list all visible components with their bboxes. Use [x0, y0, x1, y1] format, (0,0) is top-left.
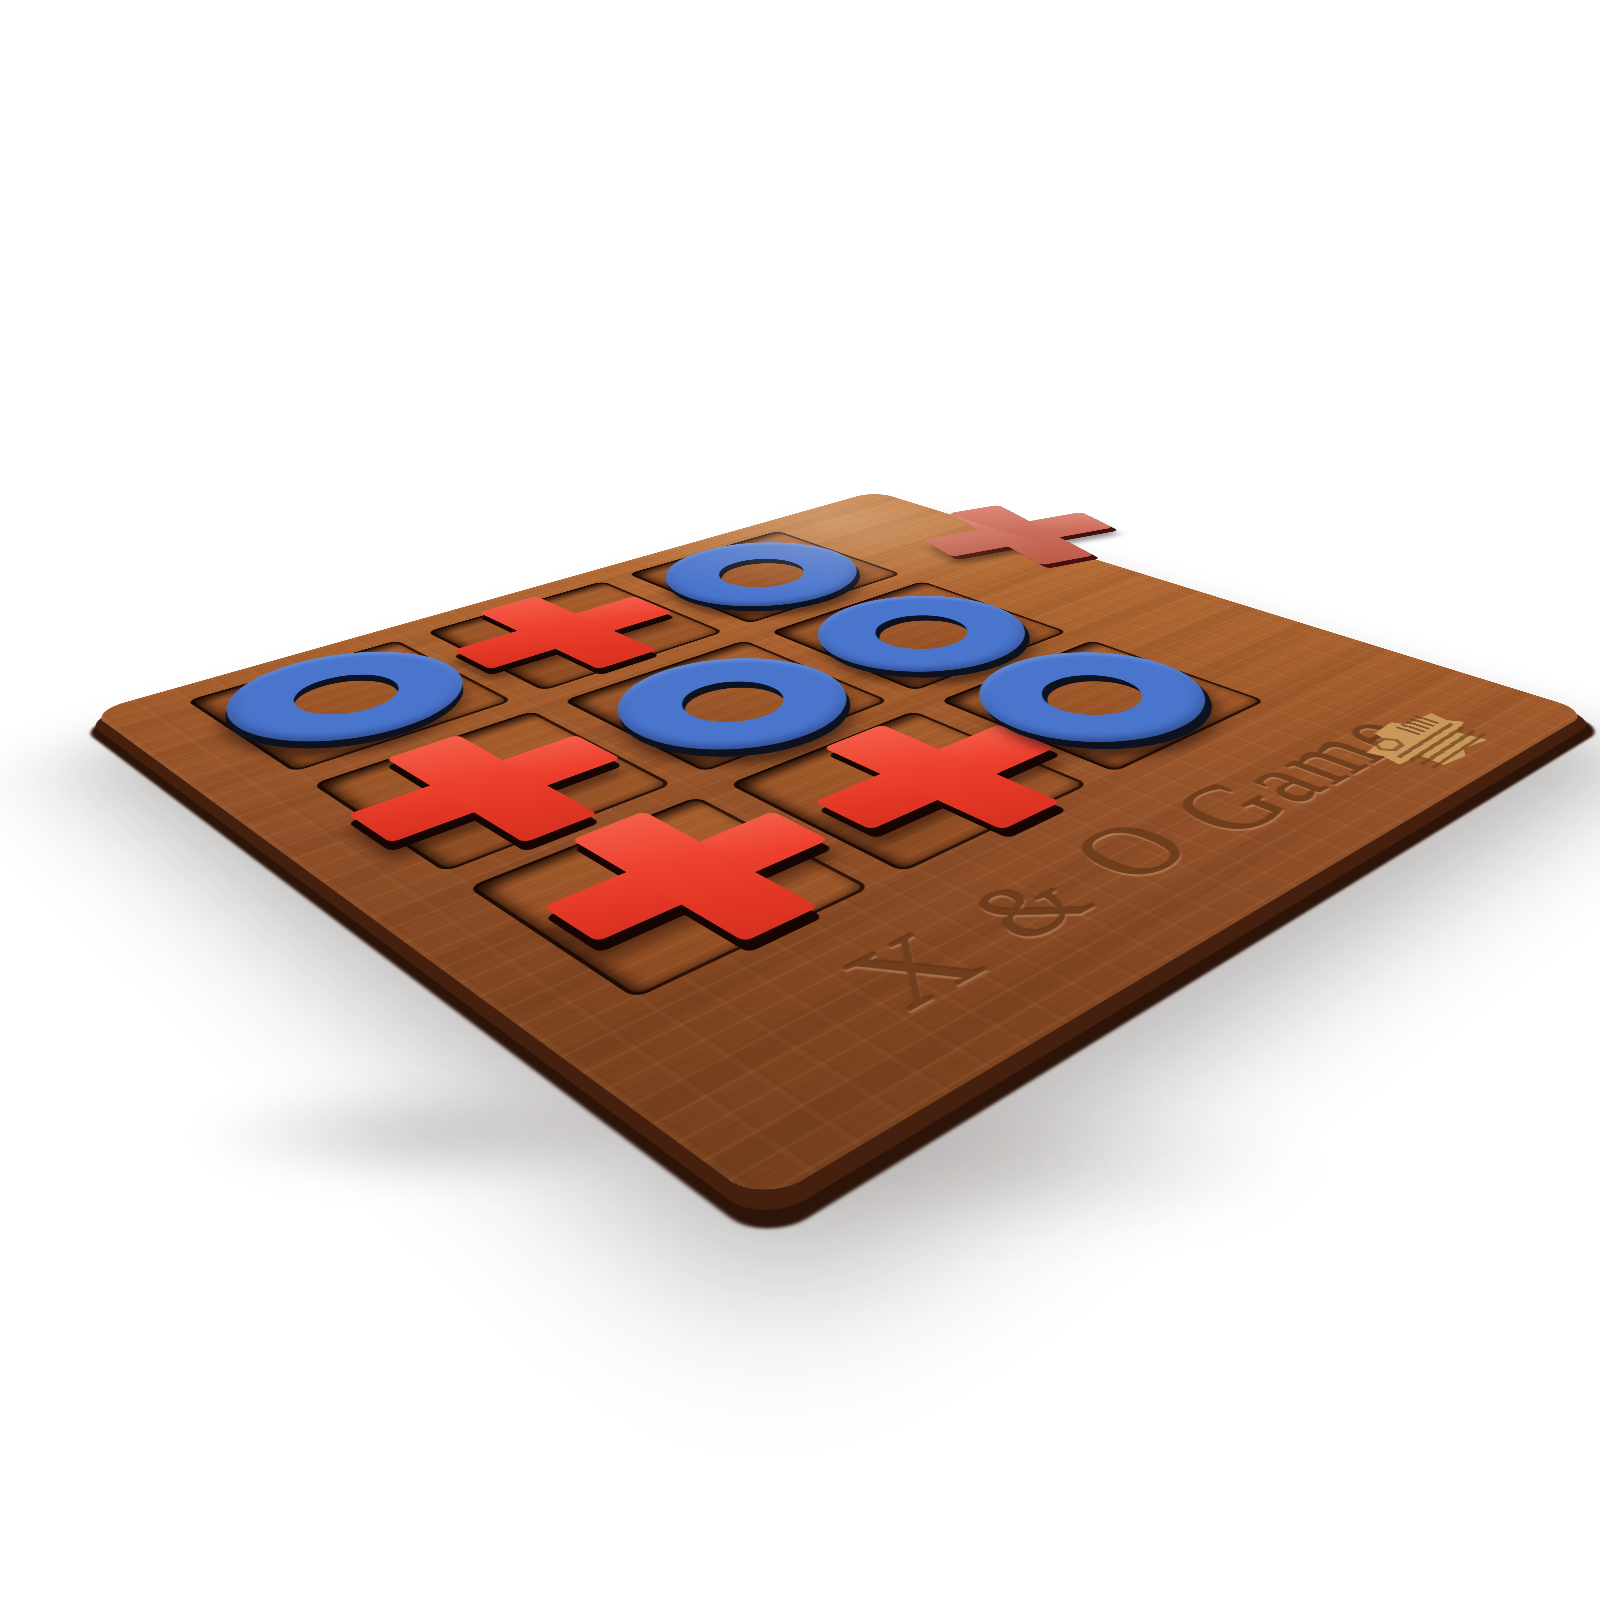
- engraving-ampersand: &: [938, 863, 1122, 956]
- product-photo-stage: X & O Game: [0, 0, 1600, 1600]
- engraving-letter-x: X: [812, 917, 1017, 1028]
- board-engraving: X & O Game: [90, 491, 1589, 1204]
- game-board: X & O Game: [90, 491, 1589, 1204]
